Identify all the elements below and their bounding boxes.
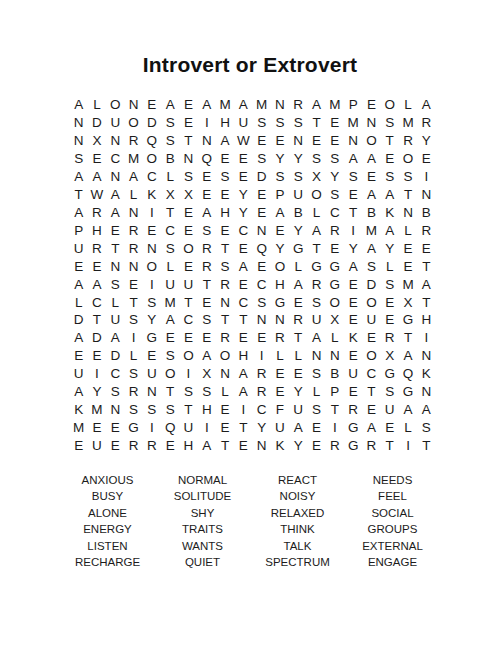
grid-cell: O [362, 347, 380, 365]
grid-cell: R [88, 204, 106, 222]
puzzle-title: Introvert or Extrovert [0, 0, 500, 75]
grid-cell: A [88, 275, 106, 293]
grid-cell: E [216, 222, 234, 240]
grid-cell: E [381, 293, 399, 311]
grid-cell: E [234, 150, 252, 168]
word-list-column: ANXIOUSBUSYALONEENERGYLISTENRECHARGE [60, 472, 155, 571]
grid-cell: S [216, 168, 234, 186]
grid-cell: S [362, 257, 380, 275]
grid-cell: E [198, 168, 216, 186]
grid-cell: A [234, 257, 252, 275]
grid-cell: T [344, 204, 362, 222]
grid-cell: L [381, 257, 399, 275]
grid-cell: D [253, 168, 271, 186]
grid-cell: E [106, 222, 124, 240]
grid-cell: G [143, 329, 161, 347]
grid-cell: I [344, 222, 362, 240]
grid-cell: R [326, 437, 344, 455]
grid-cell: E [198, 293, 216, 311]
grid-cell: E [344, 383, 362, 401]
grid-cell: E [289, 365, 307, 383]
grid-cell: N [289, 132, 307, 150]
grid-cell: E [234, 437, 252, 455]
grid-cell: E [289, 293, 307, 311]
grid-cell: M [216, 96, 234, 114]
grid-cell: R [198, 257, 216, 275]
grid-cell: A [362, 419, 380, 437]
grid-cell: Y [417, 132, 435, 150]
grid-cell: A [106, 204, 124, 222]
grid-cell: H [88, 222, 106, 240]
grid-cell: S [216, 257, 234, 275]
grid-cell: X [399, 293, 417, 311]
grid-cell: M [70, 419, 88, 437]
grid-cell: N [326, 347, 344, 365]
grid-cell: X [307, 168, 325, 186]
grid-cell: S [124, 401, 142, 419]
grid-cell: X [326, 311, 344, 329]
grid-cell: E [253, 329, 271, 347]
grid-cell: E [417, 150, 435, 168]
grid-cell: S [289, 168, 307, 186]
word-item: TRAITS [182, 521, 223, 538]
grid-cell: N [362, 114, 380, 132]
grid-cell: C [234, 222, 252, 240]
grid-cell: E [344, 293, 362, 311]
grid-cell: N [253, 222, 271, 240]
grid-cell: H [271, 275, 289, 293]
grid-cell: X [161, 186, 179, 204]
grid-cell: Y [271, 150, 289, 168]
grid-cell: E [399, 240, 417, 258]
grid-cell: L [88, 96, 106, 114]
grid-cell: E [161, 437, 179, 455]
grid-cell: S [161, 132, 179, 150]
grid-cell: A [106, 329, 124, 347]
grid-cell: P [70, 222, 88, 240]
grid-cell: E [198, 329, 216, 347]
grid-cell: R [124, 222, 142, 240]
grid-cell: E [88, 347, 106, 365]
grid-cell: D [70, 311, 88, 329]
grid-cell: I [143, 275, 161, 293]
grid-cell: G [271, 293, 289, 311]
grid-cell: T [417, 293, 435, 311]
grid-cell: T [216, 311, 234, 329]
grid-cell: N [271, 96, 289, 114]
grid-cell: O [143, 257, 161, 275]
grid-cell: R [417, 222, 435, 240]
grid-cell: T [289, 329, 307, 347]
grid-cell: R [344, 401, 362, 419]
grid-cell: Y [289, 383, 307, 401]
grid-cell: E [161, 329, 179, 347]
grid-cell: T [179, 132, 197, 150]
word-item: SHY [191, 505, 215, 522]
grid-cell: N [124, 204, 142, 222]
grid-cell: F [271, 401, 289, 419]
grid-cell: Y [234, 204, 252, 222]
grid-cell: U [106, 311, 124, 329]
grid-cell: S [143, 401, 161, 419]
grid-cell: L [70, 293, 88, 311]
grid-cell: N [198, 132, 216, 150]
grid-cell: B [326, 365, 344, 383]
grid-cell: Q [161, 419, 179, 437]
grid-cell: R [253, 383, 271, 401]
grid-cell: E [88, 150, 106, 168]
grid-cell: L [326, 329, 344, 347]
grid-cell: Y [88, 383, 106, 401]
grid-cell: A [70, 383, 88, 401]
grid-cell: N [143, 240, 161, 258]
grid-cell: P [271, 186, 289, 204]
grid-cell: Q [198, 150, 216, 168]
grid-cell: B [161, 150, 179, 168]
grid-cell: N [70, 114, 88, 132]
grid-cell: E [307, 132, 325, 150]
grid-cell: G [399, 311, 417, 329]
grid-cell: M [344, 114, 362, 132]
grid-cell: E [216, 419, 234, 437]
grid-cell: N [124, 96, 142, 114]
grid-cell: U [307, 311, 325, 329]
grid-cell: R [198, 240, 216, 258]
grid-cell: A [198, 96, 216, 114]
grid-cell: L [271, 347, 289, 365]
grid-cell: E [179, 329, 197, 347]
word-list-column: REACTNOISYRELAXEDTHINKTALKSPECTRUM [250, 472, 345, 571]
grid-cell: Y [344, 240, 362, 258]
grid-cell: N [143, 383, 161, 401]
grid-cell: Y [271, 240, 289, 258]
grid-cell: S [179, 168, 197, 186]
grid-cell: R [271, 329, 289, 347]
word-item: ENERGY [83, 521, 132, 538]
word-item: TALK [284, 538, 312, 555]
grid-cell: T [234, 311, 252, 329]
grid-cell: Y [289, 222, 307, 240]
grid-cell: N [253, 437, 271, 455]
grid-cell: H [216, 204, 234, 222]
grid-cell: Q [143, 132, 161, 150]
grid-cell: I [143, 419, 161, 437]
grid-cell: A [216, 132, 234, 150]
grid-cell: E [344, 186, 362, 204]
grid-cell: I [399, 437, 417, 455]
grid-cell: U [381, 401, 399, 419]
grid-cell: C [179, 311, 197, 329]
grid-cell: E [271, 383, 289, 401]
grid-cell: T [124, 293, 142, 311]
grid-cell: G [381, 365, 399, 383]
grid-cell: C [253, 401, 271, 419]
grid-cell: N [399, 204, 417, 222]
grid-cell: E [143, 222, 161, 240]
grid-cell: T [179, 401, 197, 419]
grid-cell: Q [399, 365, 417, 383]
grid-cell: N [106, 401, 124, 419]
grid-cell: E [307, 437, 325, 455]
grid-cell: R [143, 437, 161, 455]
grid-cell: X [198, 365, 216, 383]
grid-cell: S [381, 168, 399, 186]
grid-cell: K [417, 365, 435, 383]
grid-cell: O [179, 240, 197, 258]
grid-cell: S [344, 168, 362, 186]
grid-cell: E [179, 222, 197, 240]
grid-cell: E [344, 347, 362, 365]
grid-cell: T [362, 383, 380, 401]
grid-cell: H [198, 401, 216, 419]
grid-cell: R [417, 114, 435, 132]
grid-cell: E [381, 419, 399, 437]
grid-cell: I [198, 114, 216, 132]
grid-cell: R [124, 383, 142, 401]
grid-cell: M [88, 401, 106, 419]
grid-cell: S [179, 383, 197, 401]
grid-cell: U [70, 365, 88, 383]
grid-cell: C [161, 222, 179, 240]
grid-cell: U [234, 114, 252, 132]
grid-cell: L [124, 347, 142, 365]
grid-cell: A [417, 401, 435, 419]
grid-cell: K [344, 329, 362, 347]
grid-cell: O [326, 293, 344, 311]
grid-cell: E [344, 275, 362, 293]
word-item: ENGAGE [368, 554, 417, 571]
grid-cell: G [344, 437, 362, 455]
grid-cell: S [143, 293, 161, 311]
word-item: NEEDS [373, 472, 413, 489]
grid-cell: R [307, 275, 325, 293]
grid-cell: E [88, 257, 106, 275]
grid-cell: O [143, 150, 161, 168]
grid-cell: N [216, 365, 234, 383]
grid-cell: E [362, 401, 380, 419]
grid-cell: A [362, 240, 380, 258]
grid-cell: R [216, 275, 234, 293]
word-item: ALONE [88, 505, 127, 522]
grid-cell: R [124, 132, 142, 150]
grid-cell: O [399, 150, 417, 168]
grid-cell: L [307, 204, 325, 222]
grid-cell: T [417, 257, 435, 275]
grid-cell: N [106, 132, 124, 150]
grid-cell: E [143, 96, 161, 114]
grid-cell: R [88, 240, 106, 258]
grid-cell: E [70, 347, 88, 365]
grid-cell: S [253, 293, 271, 311]
grid-cell: N [216, 293, 234, 311]
grid-cell: A [307, 222, 325, 240]
grid-cell: K [381, 204, 399, 222]
grid-cell: Y [143, 311, 161, 329]
grid-cell: O [362, 293, 380, 311]
grid-cell: O [271, 257, 289, 275]
grid-cell: A [198, 347, 216, 365]
grid-cell: Y [253, 419, 271, 437]
grid-cell: L [289, 347, 307, 365]
grid-cell: S [399, 168, 417, 186]
grid-cell: X [381, 347, 399, 365]
grid-cell: E [70, 257, 88, 275]
grid-cell: E [124, 275, 142, 293]
grid-cell: T [381, 132, 399, 150]
grid-cell: T [88, 311, 106, 329]
word-item: SOCIAL [371, 505, 413, 522]
grid-cell: S [307, 293, 325, 311]
grid-cell: A [307, 96, 325, 114]
grid-cell: A [344, 257, 362, 275]
grid-cell: S [198, 383, 216, 401]
grid-cell: E [362, 96, 380, 114]
grid-cell: E [362, 168, 380, 186]
grid-cell: H [417, 311, 435, 329]
grid-cell: A [417, 275, 435, 293]
grid-cell: L [216, 383, 234, 401]
grid-cell: N [271, 311, 289, 329]
grid-cell: X [179, 186, 197, 204]
grid-cell: G [326, 275, 344, 293]
grid-cell: C [88, 293, 106, 311]
grid-cell: Y [289, 437, 307, 455]
word-item: ANXIOUS [82, 472, 134, 489]
grid-cell: T [399, 186, 417, 204]
grid-cell: S [106, 383, 124, 401]
grid-cell: A [399, 347, 417, 365]
grid-cell: W [234, 132, 252, 150]
grid-cell: A [289, 419, 307, 437]
grid-cell: M [362, 222, 380, 240]
grid-cell: C [253, 275, 271, 293]
grid-cell: A [289, 275, 307, 293]
grid-cell: S [326, 186, 344, 204]
grid-cell: A [234, 365, 252, 383]
grid-cell: S [307, 365, 325, 383]
grid-cell: S [289, 114, 307, 132]
grid-cell: G [344, 419, 362, 437]
grid-cell: S [417, 419, 435, 437]
word-list: ANXIOUSBUSYALONEENERGYLISTENRECHARGE NOR… [60, 472, 440, 571]
grid-cell: E [307, 419, 325, 437]
grid-cell: A [70, 329, 88, 347]
grid-cell: A [399, 401, 417, 419]
grid-cell: L [307, 383, 325, 401]
grid-cell: T [161, 204, 179, 222]
grid-cell: S [70, 150, 88, 168]
grid-cell: I [143, 204, 161, 222]
grid-cell: N [106, 257, 124, 275]
grid-cell: C [106, 150, 124, 168]
grid-cell: E [179, 114, 197, 132]
grid-cell: U [88, 437, 106, 455]
grid-cell: S [198, 311, 216, 329]
grid-cell: N [307, 347, 325, 365]
grid-cell: L [106, 293, 124, 311]
grid-cell: M [161, 293, 179, 311]
word-list-column: NORMALSOLITUDESHYTRAITSWANTSQUIET [155, 472, 250, 571]
grid-cell: E [234, 329, 252, 347]
grid-cell: A [234, 96, 252, 114]
grid-cell: A [381, 186, 399, 204]
grid-cell: A [271, 204, 289, 222]
grid-cell: O [106, 96, 124, 114]
grid-cell: E [234, 240, 252, 258]
grid-cell: C [106, 365, 124, 383]
grid-cell: I [234, 401, 252, 419]
grid-cell: K [70, 401, 88, 419]
grid-cell: T [161, 383, 179, 401]
grid-cell: R [399, 132, 417, 150]
grid-cell: E [70, 437, 88, 455]
grid-cell: G [399, 383, 417, 401]
grid-cell: S [124, 365, 142, 383]
grid-cell: H [179, 437, 197, 455]
grid-cell: M [399, 275, 417, 293]
grid-cell: C [326, 204, 344, 222]
grid-cell: D [88, 329, 106, 347]
grid-cell: I [88, 365, 106, 383]
grid-cell: B [362, 204, 380, 222]
grid-cell: D [143, 114, 161, 132]
grid-cell: L [399, 419, 417, 437]
grid-cell: L [161, 257, 179, 275]
grid-cell: N [417, 347, 435, 365]
grid-cell: T [307, 240, 325, 258]
word-item: BUSY [92, 488, 123, 505]
grid-cell: L [161, 168, 179, 186]
grid-cell: N [417, 383, 435, 401]
grid-cell: P [326, 383, 344, 401]
grid-cell: C [234, 293, 252, 311]
grid-cell: W [88, 186, 106, 204]
grid-cell: E [381, 311, 399, 329]
grid-cell: E [106, 419, 124, 437]
grid-cell: D [88, 114, 106, 132]
grid-cell: S [198, 222, 216, 240]
grid-cell: L [399, 222, 417, 240]
grid-cell: A [161, 311, 179, 329]
grid-cell: N [253, 311, 271, 329]
grid-cell: I [326, 419, 344, 437]
grid-cell: U [289, 401, 307, 419]
word-item: NORMAL [178, 472, 227, 489]
grid-cell: N [70, 132, 88, 150]
grid-cell: A [417, 96, 435, 114]
grid-cell: E [234, 168, 252, 186]
grid-cell: H [234, 347, 252, 365]
grid-cell: O [307, 186, 325, 204]
grid-cell: A [70, 275, 88, 293]
grid-cell: Y [289, 150, 307, 168]
grid-cell: M [326, 96, 344, 114]
grid-cell: N [417, 186, 435, 204]
grid-cell: U [70, 240, 88, 258]
grid-cell: A [70, 168, 88, 186]
word-item: LISTEN [87, 538, 127, 555]
grid-cell: L [124, 186, 142, 204]
grid-cell: R [326, 222, 344, 240]
grid-cell: A [362, 186, 380, 204]
grid-cell: O [381, 96, 399, 114]
grid-cell: T [198, 275, 216, 293]
grid-cell: G [289, 240, 307, 258]
grid-cell: O [216, 347, 234, 365]
grid-cell: G [307, 257, 325, 275]
grid-cell: T [179, 293, 197, 311]
grid-cell: E [88, 419, 106, 437]
